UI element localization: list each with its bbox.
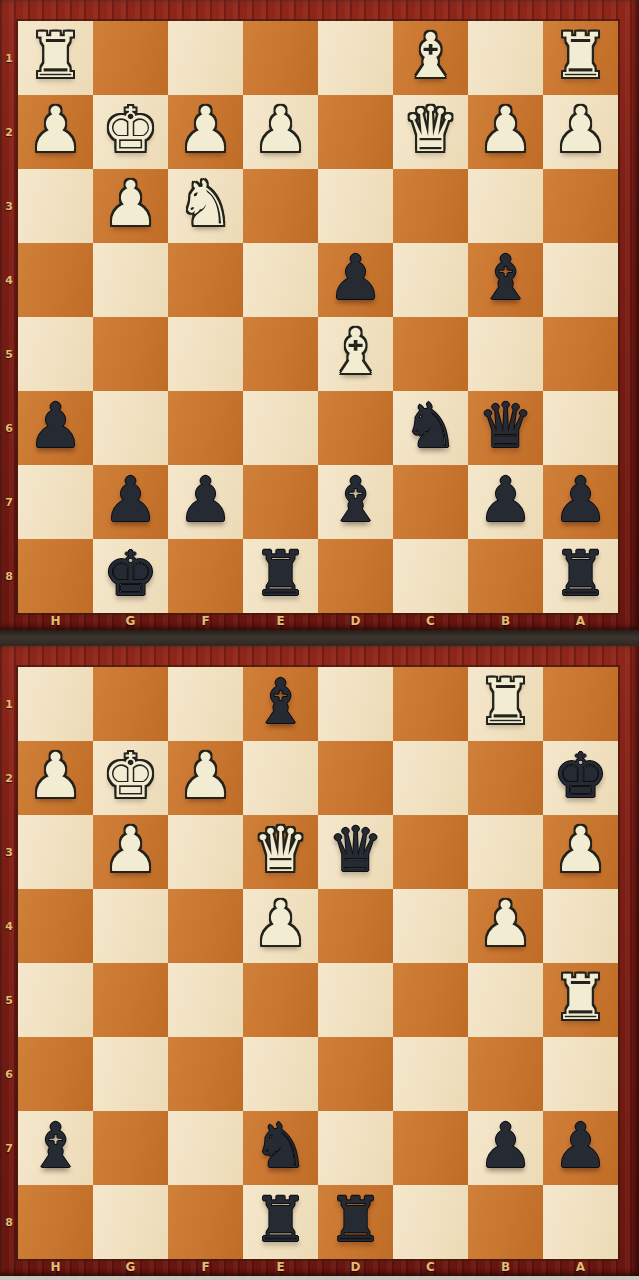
square-g4[interactable] xyxy=(93,243,168,317)
square-f7[interactable] xyxy=(168,1111,243,1185)
square-d6[interactable] xyxy=(318,1037,393,1111)
square-a4[interactable] xyxy=(543,889,618,963)
square-f8[interactable] xyxy=(168,539,243,613)
square-g2[interactable]: ♚ xyxy=(93,95,168,169)
file-label-a: A xyxy=(543,613,618,630)
square-c4[interactable] xyxy=(393,889,468,963)
square-b2[interactable]: ♟ xyxy=(468,95,543,169)
square-h1[interactable] xyxy=(18,667,93,741)
piece-black-bishop-d7: ♝ xyxy=(328,469,384,531)
rank-label-1: 1 xyxy=(0,21,18,95)
square-f2[interactable]: ♟ xyxy=(168,95,243,169)
square-f7[interactable]: ♟ xyxy=(168,465,243,539)
piece-black-pawn-g7: ♟ xyxy=(103,469,159,531)
square-d1[interactable] xyxy=(318,667,393,741)
square-c6[interactable]: ♞ xyxy=(393,391,468,465)
piece-black-knight-c6: ♞ xyxy=(403,395,459,457)
rank-label-5: 5 xyxy=(0,963,18,1037)
square-h4[interactable] xyxy=(18,889,93,963)
square-f1[interactable] xyxy=(168,667,243,741)
piece-black-pawn-b7: ♟ xyxy=(478,1115,534,1177)
square-d8[interactable] xyxy=(318,539,393,613)
square-g1[interactable] xyxy=(93,667,168,741)
square-g6[interactable] xyxy=(93,1037,168,1111)
square-e8[interactable]: ♜ xyxy=(243,1185,318,1259)
square-e4[interactable]: ♟ xyxy=(243,889,318,963)
piece-white-bishop-c1: ♝ xyxy=(403,25,459,87)
square-d7[interactable]: ♝ xyxy=(318,465,393,539)
file-label-e: E xyxy=(243,1259,318,1276)
piece-white-pawn-f2: ♟ xyxy=(178,745,234,807)
file-label-f: F xyxy=(168,1259,243,1276)
squares-grid-bottom: ♝♜♟♚♟♚♟♛♛♟♟♟♜♝♞♟♟♜♜ xyxy=(18,667,618,1259)
square-f8[interactable] xyxy=(168,1185,243,1259)
square-e6[interactable] xyxy=(243,391,318,465)
square-g4[interactable] xyxy=(93,889,168,963)
piece-white-knight-f3: ♞ xyxy=(178,173,234,235)
piece-black-pawn-a7: ♟ xyxy=(553,469,609,531)
piece-white-pawn-f2: ♟ xyxy=(178,99,234,161)
square-b1[interactable]: ♜ xyxy=(468,667,543,741)
square-d4[interactable]: ♟ xyxy=(318,243,393,317)
square-a7[interactable]: ♟ xyxy=(543,1111,618,1185)
square-b4[interactable]: ♝ xyxy=(468,243,543,317)
square-d8[interactable]: ♜ xyxy=(318,1185,393,1259)
square-g1[interactable] xyxy=(93,21,168,95)
piece-black-pawn-b7: ♟ xyxy=(478,469,534,531)
square-f6[interactable] xyxy=(168,1037,243,1111)
square-c8[interactable] xyxy=(393,1185,468,1259)
square-f4[interactable] xyxy=(168,889,243,963)
file-labels-bottom: HGFEDCBA xyxy=(18,1259,618,1276)
piece-white-king-g2: ♚ xyxy=(103,99,159,161)
piece-black-rook-d8: ♜ xyxy=(328,1189,384,1251)
file-label-e: E xyxy=(243,613,318,630)
square-g7[interactable] xyxy=(93,1111,168,1185)
square-d3[interactable]: ♛ xyxy=(318,815,393,889)
square-c6[interactable] xyxy=(393,1037,468,1111)
square-f4[interactable] xyxy=(168,243,243,317)
square-e7[interactable]: ♞ xyxy=(243,1111,318,1185)
square-f3[interactable]: ♞ xyxy=(168,169,243,243)
piece-white-pawn-b4: ♟ xyxy=(478,893,534,955)
file-label-d: D xyxy=(318,613,393,630)
square-g6[interactable] xyxy=(93,391,168,465)
piece-black-rook-a8: ♜ xyxy=(553,543,609,605)
square-e1[interactable]: ♝ xyxy=(243,667,318,741)
square-a8[interactable]: ♜ xyxy=(543,539,618,613)
square-h6[interactable] xyxy=(18,1037,93,1111)
square-e8[interactable]: ♜ xyxy=(243,539,318,613)
file-label-f: F xyxy=(168,613,243,630)
square-h5[interactable] xyxy=(18,317,93,391)
square-f3[interactable] xyxy=(168,815,243,889)
square-e7[interactable] xyxy=(243,465,318,539)
piece-black-pawn-f7: ♟ xyxy=(178,469,234,531)
square-h4[interactable] xyxy=(18,243,93,317)
file-label-a: A xyxy=(543,1259,618,1276)
square-b8[interactable] xyxy=(468,539,543,613)
rank-label-3: 3 xyxy=(0,815,18,889)
piece-white-pawn-h2: ♟ xyxy=(28,99,84,161)
square-c8[interactable] xyxy=(393,539,468,613)
square-a6[interactable] xyxy=(543,1037,618,1111)
piece-black-pawn-a7: ♟ xyxy=(553,1115,609,1177)
square-b7[interactable]: ♟ xyxy=(468,1111,543,1185)
rank-label-1: 1 xyxy=(0,667,18,741)
square-d6[interactable] xyxy=(318,391,393,465)
square-b6[interactable]: ♛ xyxy=(468,391,543,465)
rank-label-2: 2 xyxy=(0,741,18,815)
square-a8[interactable] xyxy=(543,1185,618,1259)
board-separator xyxy=(0,630,639,646)
chess-board-bottom: 12345678 ♝♜♟♚♟♚♟♛♛♟♟♟♜♝♞♟♟♜♜ HGFEDCBA xyxy=(0,646,639,1276)
square-h7[interactable]: ♝ xyxy=(18,1111,93,1185)
file-label-d: D xyxy=(318,1259,393,1276)
square-e3[interactable] xyxy=(243,169,318,243)
piece-black-bishop-h7: ♝ xyxy=(28,1115,84,1177)
rank-label-2: 2 xyxy=(0,95,18,169)
square-e5[interactable] xyxy=(243,317,318,391)
piece-white-pawn-e2: ♟ xyxy=(253,99,309,161)
file-label-c: C xyxy=(393,613,468,630)
rank-labels-top: 12345678 xyxy=(0,21,18,613)
rank-label-7: 7 xyxy=(0,1111,18,1185)
square-a6[interactable] xyxy=(543,391,618,465)
rank-label-4: 4 xyxy=(0,889,18,963)
square-b7[interactable]: ♟ xyxy=(468,465,543,539)
square-g8[interactable] xyxy=(93,1185,168,1259)
piece-black-pawn-h6: ♟ xyxy=(28,395,84,457)
piece-black-bishop-b4: ♝ xyxy=(478,247,534,309)
piece-white-rook-a5: ♜ xyxy=(553,967,609,1029)
rank-label-6: 6 xyxy=(0,1037,18,1111)
square-d4[interactable] xyxy=(318,889,393,963)
rank-labels-bottom: 12345678 xyxy=(0,667,18,1259)
piece-black-king-a2: ♚ xyxy=(553,745,609,807)
square-f6[interactable] xyxy=(168,391,243,465)
piece-black-bishop-e1: ♝ xyxy=(253,671,309,733)
square-c5[interactable] xyxy=(393,963,468,1037)
square-h3[interactable] xyxy=(18,169,93,243)
square-c1[interactable] xyxy=(393,667,468,741)
square-h5[interactable] xyxy=(18,963,93,1037)
piece-white-pawn-e4: ♟ xyxy=(253,893,309,955)
square-b6[interactable] xyxy=(468,1037,543,1111)
square-e2[interactable] xyxy=(243,741,318,815)
square-c3[interactable] xyxy=(393,169,468,243)
square-h3[interactable] xyxy=(18,815,93,889)
square-e1[interactable] xyxy=(243,21,318,95)
file-label-h: H xyxy=(18,613,93,630)
square-c5[interactable] xyxy=(393,317,468,391)
square-h2[interactable]: ♟ xyxy=(18,741,93,815)
piece-white-king-g2: ♚ xyxy=(103,745,159,807)
square-f5[interactable] xyxy=(168,317,243,391)
square-c3[interactable] xyxy=(393,815,468,889)
file-label-h: H xyxy=(18,1259,93,1276)
square-g3[interactable]: ♟ xyxy=(93,169,168,243)
page-bottom-strip xyxy=(0,1276,639,1280)
square-b1[interactable] xyxy=(468,21,543,95)
piece-white-pawn-h2: ♟ xyxy=(28,745,84,807)
square-a2[interactable]: ♚ xyxy=(543,741,618,815)
piece-black-knight-e7: ♞ xyxy=(253,1115,309,1177)
square-d5[interactable]: ♝ xyxy=(318,317,393,391)
rank-label-7: 7 xyxy=(0,465,18,539)
square-f2[interactable]: ♟ xyxy=(168,741,243,815)
square-g8[interactable]: ♚ xyxy=(93,539,168,613)
square-a4[interactable] xyxy=(543,243,618,317)
square-b3[interactable] xyxy=(468,815,543,889)
rank-label-5: 5 xyxy=(0,317,18,391)
piece-black-queen-b6: ♛ xyxy=(478,395,534,457)
square-d7[interactable] xyxy=(318,1111,393,1185)
square-d3[interactable] xyxy=(318,169,393,243)
square-d5[interactable] xyxy=(318,963,393,1037)
piece-black-pawn-d4: ♟ xyxy=(328,247,384,309)
square-b5[interactable] xyxy=(468,963,543,1037)
square-c7[interactable] xyxy=(393,465,468,539)
piece-white-rook-h1: ♜ xyxy=(28,25,84,87)
page: 12345678 ♜♝♜♟♚♟♟♛♟♟♟♞♟♝♝♟♞♛♟♟♝♟♟♚♜♜ HGFE… xyxy=(0,0,639,1280)
square-a5[interactable] xyxy=(543,317,618,391)
rank-label-4: 4 xyxy=(0,243,18,317)
square-a3[interactable]: ♟ xyxy=(543,815,618,889)
file-label-c: C xyxy=(393,1259,468,1276)
rank-label-8: 8 xyxy=(0,1185,18,1259)
rank-label-6: 6 xyxy=(0,391,18,465)
piece-black-queen-d3: ♛ xyxy=(328,819,384,881)
square-a1[interactable]: ♜ xyxy=(543,21,618,95)
squares-grid-top: ♜♝♜♟♚♟♟♛♟♟♟♞♟♝♝♟♞♛♟♟♝♟♟♚♜♜ xyxy=(18,21,618,613)
square-d2[interactable] xyxy=(318,95,393,169)
square-c4[interactable] xyxy=(393,243,468,317)
piece-white-pawn-b2: ♟ xyxy=(478,99,534,161)
piece-black-rook-e8: ♜ xyxy=(253,543,309,605)
square-e2[interactable]: ♟ xyxy=(243,95,318,169)
square-b4[interactable]: ♟ xyxy=(468,889,543,963)
square-a3[interactable] xyxy=(543,169,618,243)
piece-white-bishop-d5: ♝ xyxy=(328,321,384,383)
square-b5[interactable] xyxy=(468,317,543,391)
square-c7[interactable] xyxy=(393,1111,468,1185)
square-e4[interactable] xyxy=(243,243,318,317)
piece-black-rook-e8: ♜ xyxy=(253,1189,309,1251)
square-h8[interactable] xyxy=(18,1185,93,1259)
square-h8[interactable] xyxy=(18,539,93,613)
square-h1[interactable]: ♜ xyxy=(18,21,93,95)
square-e5[interactable] xyxy=(243,963,318,1037)
piece-white-rook-b1: ♜ xyxy=(478,671,534,733)
square-b8[interactable] xyxy=(468,1185,543,1259)
chess-board-top: 12345678 ♜♝♜♟♚♟♟♛♟♟♟♞♟♝♝♟♞♛♟♟♝♟♟♚♜♜ HGFE… xyxy=(0,0,639,630)
square-g2[interactable]: ♚ xyxy=(93,741,168,815)
square-d2[interactable] xyxy=(318,741,393,815)
square-a7[interactable]: ♟ xyxy=(543,465,618,539)
square-e3[interactable]: ♛ xyxy=(243,815,318,889)
square-g5[interactable] xyxy=(93,317,168,391)
square-b3[interactable] xyxy=(468,169,543,243)
piece-white-queen-e3: ♛ xyxy=(253,819,309,881)
square-g5[interactable] xyxy=(93,963,168,1037)
square-a2[interactable]: ♟ xyxy=(543,95,618,169)
file-labels-top: HGFEDCBA xyxy=(18,613,618,630)
square-h2[interactable]: ♟ xyxy=(18,95,93,169)
square-g7[interactable]: ♟ xyxy=(93,465,168,539)
piece-black-king-g8: ♚ xyxy=(103,543,159,605)
square-d1[interactable] xyxy=(318,21,393,95)
file-label-g: G xyxy=(93,1259,168,1276)
square-h6[interactable]: ♟ xyxy=(18,391,93,465)
piece-white-pawn-g3: ♟ xyxy=(103,819,159,881)
square-h7[interactable] xyxy=(18,465,93,539)
square-g3[interactable]: ♟ xyxy=(93,815,168,889)
piece-white-pawn-g3: ♟ xyxy=(103,173,159,235)
rank-label-8: 8 xyxy=(0,539,18,613)
piece-white-pawn-a2: ♟ xyxy=(553,99,609,161)
square-f5[interactable] xyxy=(168,963,243,1037)
file-label-b: B xyxy=(468,613,543,630)
square-c2[interactable]: ♛ xyxy=(393,95,468,169)
piece-white-queen-c2: ♛ xyxy=(403,99,459,161)
square-a5[interactable]: ♜ xyxy=(543,963,618,1037)
square-c1[interactable]: ♝ xyxy=(393,21,468,95)
file-label-b: B xyxy=(468,1259,543,1276)
rank-label-3: 3 xyxy=(0,169,18,243)
square-c2[interactable] xyxy=(393,741,468,815)
square-b2[interactable] xyxy=(468,741,543,815)
square-e6[interactable] xyxy=(243,1037,318,1111)
file-label-g: G xyxy=(93,613,168,630)
square-f1[interactable] xyxy=(168,21,243,95)
piece-white-rook-a1: ♜ xyxy=(553,25,609,87)
square-a1[interactable] xyxy=(543,667,618,741)
piece-white-pawn-a3: ♟ xyxy=(553,819,609,881)
